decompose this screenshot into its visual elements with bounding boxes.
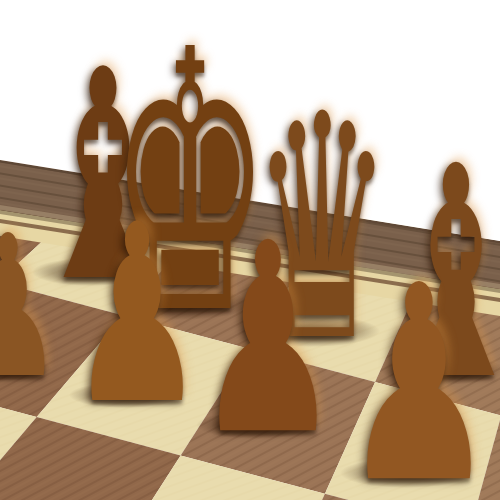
piece-pawn-b3: ♟: [69, 192, 206, 438]
chess-set-product-photo: ♝♚♛♝♟♟♟♟: [0, 0, 500, 500]
piece-pawn-d3: ♟: [342, 250, 497, 500]
piece-pawn-a3: ♟: [0, 209, 62, 405]
piece-pawn-c3: ♟: [195, 209, 341, 471]
